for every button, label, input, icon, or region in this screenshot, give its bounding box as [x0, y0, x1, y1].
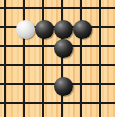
grid-line-horizontal: [0, 102, 115, 104]
stone-black: [73, 20, 92, 39]
stone-white: [16, 20, 35, 39]
grid-line-vertical: [23, 0, 25, 117]
grid-line-horizontal: [0, 7, 115, 9]
stone-black: [54, 77, 73, 96]
grid-line-vertical: [80, 0, 82, 117]
grid-line-vertical: [42, 0, 44, 117]
go-board[interactable]: [0, 0, 115, 117]
grid-line-vertical: [61, 0, 63, 117]
grid-line-horizontal: [0, 64, 115, 66]
stone-black: [35, 20, 54, 39]
grid-line-vertical: [99, 0, 101, 117]
stone-black: [54, 39, 73, 58]
grid-line-vertical: [4, 0, 6, 117]
stone-black: [54, 20, 73, 39]
go-board-screenshot: [0, 0, 115, 117]
